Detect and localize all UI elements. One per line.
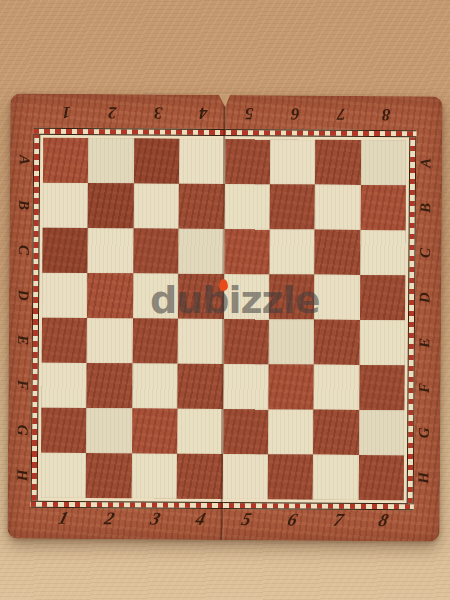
square-B6 — [269, 184, 315, 229]
square-H8 — [358, 455, 404, 500]
square-B8 — [360, 185, 406, 230]
file-label-top-4: 4 — [181, 98, 227, 128]
file-label-top-8: 8 — [364, 99, 410, 129]
table-surface: 1 2 3 4 5 6 7 8 1 2 3 4 5 6 7 8 A B C D … — [0, 0, 450, 600]
square-E8 — [359, 320, 405, 365]
file-label-top-7: 7 — [318, 99, 364, 129]
square-B1 — [43, 183, 89, 228]
file-label-top-5: 5 — [226, 98, 272, 128]
square-E4 — [178, 319, 224, 364]
square-C8 — [360, 230, 406, 275]
square-F8 — [359, 365, 405, 410]
square-G4 — [177, 409, 223, 454]
file-label-top-1: 1 — [43, 97, 89, 127]
square-C6 — [269, 229, 315, 274]
square-H6 — [268, 454, 314, 499]
square-C5 — [224, 229, 270, 274]
square-E6 — [269, 319, 315, 364]
square-E2 — [87, 318, 133, 363]
square-H7 — [313, 455, 359, 500]
square-F1 — [41, 363, 87, 408]
square-C1 — [42, 228, 88, 273]
square-E1 — [42, 318, 88, 363]
square-G1 — [41, 408, 87, 453]
square-E5 — [223, 319, 269, 364]
square-D1 — [42, 273, 88, 318]
square-E3 — [132, 318, 178, 363]
file-label-top-6: 6 — [272, 98, 318, 128]
square-B2 — [88, 183, 134, 228]
square-G6 — [268, 409, 314, 454]
file-label-top-2: 2 — [89, 97, 135, 127]
square-A1 — [43, 138, 89, 183]
square-A8 — [361, 140, 407, 185]
square-F3 — [132, 363, 178, 408]
flame-icon — [219, 279, 228, 291]
square-H5 — [222, 454, 268, 499]
watermark: dubizzle — [150, 277, 320, 323]
square-A2 — [88, 138, 134, 183]
square-E7 — [314, 320, 360, 365]
square-F2 — [87, 363, 133, 408]
square-H2 — [86, 453, 132, 498]
square-B4 — [179, 184, 225, 229]
square-A5 — [224, 139, 270, 184]
square-C4 — [178, 229, 224, 274]
square-H3 — [131, 453, 177, 498]
square-H1 — [41, 453, 87, 498]
square-F4 — [177, 364, 223, 409]
square-F5 — [223, 364, 269, 409]
square-F7 — [314, 365, 360, 410]
square-C7 — [315, 230, 361, 275]
square-G5 — [223, 409, 269, 454]
square-B5 — [224, 184, 270, 229]
square-G3 — [132, 408, 178, 453]
square-C3 — [133, 228, 179, 273]
square-A6 — [270, 139, 316, 184]
square-A4 — [179, 139, 225, 184]
square-G7 — [313, 410, 359, 455]
watermark-text: dubizzle — [150, 278, 320, 322]
square-G8 — [359, 410, 405, 455]
file-label-top-3: 3 — [135, 97, 181, 127]
square-D7 — [314, 275, 360, 320]
square-D8 — [360, 275, 406, 320]
square-G2 — [86, 408, 132, 453]
square-A3 — [134, 138, 180, 183]
square-H4 — [177, 454, 223, 499]
square-D2 — [87, 273, 133, 318]
border-strip-left — [31, 135, 41, 501]
square-F6 — [268, 364, 314, 409]
square-A7 — [315, 140, 361, 185]
square-B3 — [133, 183, 179, 228]
square-C2 — [88, 228, 134, 273]
square-B7 — [315, 185, 361, 230]
